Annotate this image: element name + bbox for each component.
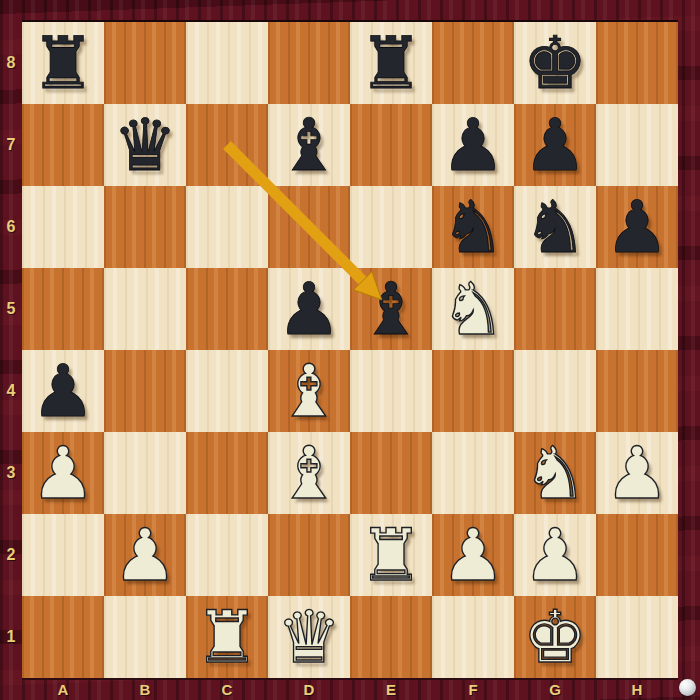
square-e8[interactable]: ♜ — [350, 22, 432, 104]
square-c6[interactable] — [186, 186, 268, 268]
square-b2[interactable]: ♟ — [104, 514, 186, 596]
square-e2[interactable]: ♜ — [350, 514, 432, 596]
square-f3[interactable] — [432, 432, 514, 514]
square-d4[interactable]: ♝ — [268, 350, 350, 432]
square-d1[interactable]: ♛ — [268, 596, 350, 678]
square-f6[interactable]: ♞ — [432, 186, 514, 268]
square-d3[interactable]: ♝ — [268, 432, 350, 514]
white-pawn-b2[interactable]: ♟ — [104, 514, 186, 596]
white-knight-g3[interactable]: ♞ — [514, 432, 596, 514]
square-e1[interactable] — [350, 596, 432, 678]
square-c1[interactable]: ♜ — [186, 596, 268, 678]
chessboard-frame: ♜♜♚♛♝♟♟♞♞♟♟♝♞♟♝♟♝♞♟♟♜♟♟♜♛♚ 87654321ABCDE… — [0, 0, 700, 700]
white-rook-e2[interactable]: ♜ — [350, 514, 432, 596]
square-e5[interactable]: ♝ — [350, 268, 432, 350]
square-h7[interactable] — [596, 104, 678, 186]
black-pawn-h6[interactable]: ♟ — [596, 186, 678, 268]
square-g7[interactable]: ♟ — [514, 104, 596, 186]
white-king-g1[interactable]: ♚ — [514, 596, 596, 678]
rank-label-3: 3 — [0, 432, 22, 514]
square-b5[interactable] — [104, 268, 186, 350]
square-a3[interactable]: ♟ — [22, 432, 104, 514]
rank-label-5: 5 — [0, 268, 22, 350]
black-bishop-e5[interactable]: ♝ — [350, 268, 432, 350]
white-bishop-d3[interactable]: ♝ — [268, 432, 350, 514]
black-king-g8[interactable]: ♚ — [514, 22, 596, 104]
square-a4[interactable]: ♟ — [22, 350, 104, 432]
square-c7[interactable] — [186, 104, 268, 186]
square-b8[interactable] — [104, 22, 186, 104]
square-f8[interactable] — [432, 22, 514, 104]
square-d6[interactable] — [268, 186, 350, 268]
rank-label-7: 7 — [0, 104, 22, 186]
rank-label-4: 4 — [0, 350, 22, 432]
square-a5[interactable] — [22, 268, 104, 350]
rank-label-2: 2 — [0, 514, 22, 596]
square-a7[interactable] — [22, 104, 104, 186]
square-f2[interactable]: ♟ — [432, 514, 514, 596]
square-c2[interactable] — [186, 514, 268, 596]
square-h2[interactable] — [596, 514, 678, 596]
black-rook-e8[interactable]: ♜ — [350, 22, 432, 104]
file-label-G: G — [514, 678, 596, 700]
white-queen-d1[interactable]: ♛ — [268, 596, 350, 678]
square-f5[interactable]: ♞ — [432, 268, 514, 350]
square-d2[interactable] — [268, 514, 350, 596]
square-e3[interactable] — [350, 432, 432, 514]
white-knight-f5[interactable]: ♞ — [432, 268, 514, 350]
square-b6[interactable] — [104, 186, 186, 268]
black-knight-g6[interactable]: ♞ — [514, 186, 596, 268]
white-pawn-g2[interactable]: ♟ — [514, 514, 596, 596]
square-c5[interactable] — [186, 268, 268, 350]
rank-label-8: 8 — [0, 22, 22, 104]
file-label-B: B — [104, 678, 186, 700]
square-h6[interactable]: ♟ — [596, 186, 678, 268]
square-g4[interactable] — [514, 350, 596, 432]
chessboard: ♜♜♚♛♝♟♟♞♞♟♟♝♞♟♝♟♝♞♟♟♜♟♟♜♛♚ — [22, 22, 678, 678]
square-g3[interactable]: ♞ — [514, 432, 596, 514]
square-b4[interactable] — [104, 350, 186, 432]
square-d7[interactable]: ♝ — [268, 104, 350, 186]
black-pawn-d5[interactable]: ♟ — [268, 268, 350, 350]
white-pawn-h3[interactable]: ♟ — [596, 432, 678, 514]
square-h1[interactable] — [596, 596, 678, 678]
white-to-move-indicator — [679, 679, 696, 696]
black-knight-f6[interactable]: ♞ — [432, 186, 514, 268]
square-f4[interactable] — [432, 350, 514, 432]
file-label-D: D — [268, 678, 350, 700]
square-a6[interactable] — [22, 186, 104, 268]
square-c4[interactable] — [186, 350, 268, 432]
white-pawn-a3[interactable]: ♟ — [22, 432, 104, 514]
square-a2[interactable] — [22, 514, 104, 596]
black-pawn-a4[interactable]: ♟ — [22, 350, 104, 432]
square-b1[interactable] — [104, 596, 186, 678]
black-bishop-d7[interactable]: ♝ — [268, 104, 350, 186]
black-rook-a8[interactable]: ♜ — [22, 22, 104, 104]
square-a1[interactable] — [22, 596, 104, 678]
file-label-C: C — [186, 678, 268, 700]
square-g1[interactable]: ♚ — [514, 596, 596, 678]
square-a8[interactable]: ♜ — [22, 22, 104, 104]
square-g5[interactable] — [514, 268, 596, 350]
file-label-H: H — [596, 678, 678, 700]
square-f1[interactable] — [432, 596, 514, 678]
square-g8[interactable]: ♚ — [514, 22, 596, 104]
black-pawn-g7[interactable]: ♟ — [514, 104, 596, 186]
square-h4[interactable] — [596, 350, 678, 432]
square-h8[interactable] — [596, 22, 678, 104]
white-bishop-d4[interactable]: ♝ — [268, 350, 350, 432]
square-c3[interactable] — [186, 432, 268, 514]
file-label-A: A — [22, 678, 104, 700]
square-e4[interactable] — [350, 350, 432, 432]
square-c8[interactable] — [186, 22, 268, 104]
square-d5[interactable]: ♟ — [268, 268, 350, 350]
square-g6[interactable]: ♞ — [514, 186, 596, 268]
rank-label-6: 6 — [0, 186, 22, 268]
file-label-F: F — [432, 678, 514, 700]
square-d8[interactable] — [268, 22, 350, 104]
square-b3[interactable] — [104, 432, 186, 514]
rank-label-1: 1 — [0, 596, 22, 678]
square-e6[interactable] — [350, 186, 432, 268]
file-label-E: E — [350, 678, 432, 700]
square-h3[interactable]: ♟ — [596, 432, 678, 514]
square-h5[interactable] — [596, 268, 678, 350]
black-queen-b7[interactable]: ♛ — [104, 104, 186, 186]
square-e7[interactable] — [350, 104, 432, 186]
square-b7[interactable]: ♛ — [104, 104, 186, 186]
black-pawn-f7[interactable]: ♟ — [432, 104, 514, 186]
white-pawn-f2[interactable]: ♟ — [432, 514, 514, 596]
square-f7[interactable]: ♟ — [432, 104, 514, 186]
square-g2[interactable]: ♟ — [514, 514, 596, 596]
white-rook-c1[interactable]: ♜ — [186, 596, 268, 678]
